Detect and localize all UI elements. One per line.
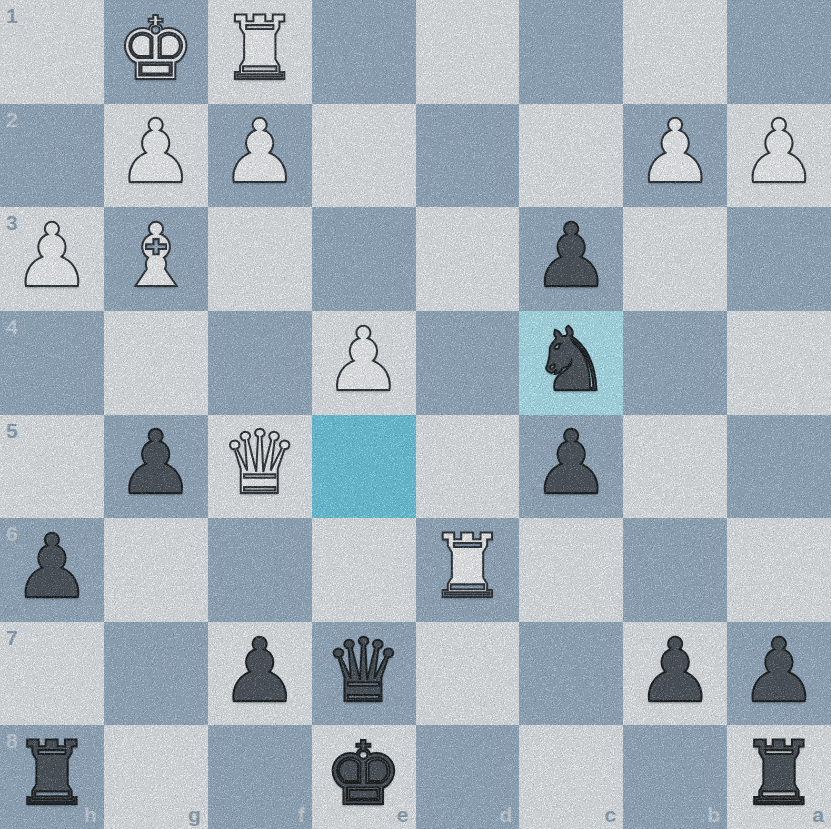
square-f7[interactable]: ♟ [208, 622, 312, 726]
square-d6[interactable]: ♜ [416, 518, 520, 622]
piece-black-pawn[interactable]: ♟ [532, 212, 611, 300]
square-d3[interactable] [416, 207, 520, 311]
piece-black-pawn[interactable]: ♟ [636, 627, 715, 715]
piece-white-rook[interactable]: ♜ [220, 5, 299, 93]
square-c3[interactable]: ♟ [519, 207, 623, 311]
square-e2[interactable] [312, 104, 416, 208]
square-c2[interactable] [519, 104, 623, 208]
square-f3[interactable] [208, 207, 312, 311]
square-h2[interactable]: 2 [0, 104, 104, 208]
square-g7[interactable] [104, 622, 208, 726]
piece-white-pawn[interactable]: ♟ [740, 108, 819, 196]
piece-white-bishop[interactable]: ♝ [116, 212, 195, 300]
rank-label-5: 5 [6, 419, 18, 443]
square-b8[interactable]: b [623, 725, 727, 829]
square-a3[interactable] [727, 207, 831, 311]
square-h3[interactable]: 3♟ [0, 207, 104, 311]
square-a2[interactable]: ♟ [727, 104, 831, 208]
piece-black-king[interactable]: ♚ [324, 730, 403, 818]
piece-black-queen[interactable]: ♛ [324, 627, 403, 715]
piece-black-rook[interactable]: ♜ [740, 730, 819, 818]
piece-white-pawn[interactable]: ♟ [116, 108, 195, 196]
piece-white-pawn[interactable]: ♟ [220, 108, 299, 196]
piece-black-pawn[interactable]: ♟ [12, 523, 91, 611]
square-g6[interactable] [104, 518, 208, 622]
square-c1[interactable] [519, 0, 623, 104]
square-h7[interactable]: 7 [0, 622, 104, 726]
square-e7[interactable]: ♛ [312, 622, 416, 726]
square-e4[interactable]: ♟ [312, 311, 416, 415]
file-label-d: d [500, 803, 513, 827]
piece-black-pawn[interactable]: ♟ [220, 627, 299, 715]
square-h8[interactable]: 8h♜ [0, 725, 104, 829]
square-e1[interactable] [312, 0, 416, 104]
square-e3[interactable] [312, 207, 416, 311]
square-g1[interactable]: ♚ [104, 0, 208, 104]
square-f1[interactable]: ♜ [208, 0, 312, 104]
square-a5[interactable] [727, 415, 831, 519]
square-d1[interactable] [416, 0, 520, 104]
square-b4[interactable] [623, 311, 727, 415]
square-f4[interactable] [208, 311, 312, 415]
rank-label-7: 7 [6, 626, 18, 650]
square-b7[interactable]: ♟ [623, 622, 727, 726]
screenshot-root: 1♚♜2♟♟♟♟3♟♝♟4♟♞5♟♛♟6♟♜7♟♛♟♟8h♜gfe♚dcba♜ [0, 0, 831, 829]
square-h4[interactable]: 4 [0, 311, 104, 415]
square-f6[interactable] [208, 518, 312, 622]
square-c7[interactable] [519, 622, 623, 726]
square-c4[interactable]: ♞ [519, 311, 623, 415]
square-a4[interactable] [727, 311, 831, 415]
piece-white-pawn[interactable]: ♟ [324, 316, 403, 404]
square-h5[interactable]: 5 [0, 415, 104, 519]
square-b1[interactable] [623, 0, 727, 104]
piece-black-pawn[interactable]: ♟ [740, 627, 819, 715]
square-a6[interactable] [727, 518, 831, 622]
square-b3[interactable] [623, 207, 727, 311]
square-d5[interactable] [416, 415, 520, 519]
square-e5[interactable] [312, 415, 416, 519]
square-g2[interactable]: ♟ [104, 104, 208, 208]
square-d2[interactable] [416, 104, 520, 208]
square-c8[interactable]: c [519, 725, 623, 829]
chess-board: 1♚♜2♟♟♟♟3♟♝♟4♟♞5♟♛♟6♟♜7♟♛♟♟8h♜gfe♚dcba♜ [0, 0, 831, 829]
square-b2[interactable]: ♟ [623, 104, 727, 208]
square-d4[interactable] [416, 311, 520, 415]
rank-label-1: 1 [6, 4, 18, 28]
square-c5[interactable]: ♟ [519, 415, 623, 519]
square-f2[interactable]: ♟ [208, 104, 312, 208]
square-b6[interactable] [623, 518, 727, 622]
square-d7[interactable] [416, 622, 520, 726]
square-c6[interactable] [519, 518, 623, 622]
piece-white-pawn[interactable]: ♟ [636, 108, 715, 196]
square-h1[interactable]: 1 [0, 0, 104, 104]
file-label-b: b [707, 803, 720, 827]
square-a8[interactable]: a♜ [727, 725, 831, 829]
square-e8[interactable]: e♚ [312, 725, 416, 829]
file-label-f: f [298, 803, 305, 827]
square-h6[interactable]: 6♟ [0, 518, 104, 622]
file-label-c: c [605, 803, 617, 827]
square-b5[interactable] [623, 415, 727, 519]
piece-white-queen[interactable]: ♛ [220, 419, 299, 507]
square-g4[interactable] [104, 311, 208, 415]
square-e6[interactable] [312, 518, 416, 622]
square-a7[interactable]: ♟ [727, 622, 831, 726]
piece-black-pawn[interactable]: ♟ [532, 419, 611, 507]
piece-black-knight[interactable]: ♞ [532, 316, 611, 404]
piece-white-king[interactable]: ♚ [116, 5, 195, 93]
square-d8[interactable]: d [416, 725, 520, 829]
piece-black-rook[interactable]: ♜ [12, 730, 91, 818]
file-label-g: g [188, 803, 201, 827]
piece-white-pawn[interactable]: ♟ [12, 212, 91, 300]
square-g8[interactable]: g [104, 725, 208, 829]
rank-label-4: 4 [6, 315, 18, 339]
piece-white-rook[interactable]: ♜ [428, 523, 507, 611]
square-f8[interactable]: f [208, 725, 312, 829]
square-g5[interactable]: ♟ [104, 415, 208, 519]
piece-black-pawn[interactable]: ♟ [116, 419, 195, 507]
rank-label-2: 2 [6, 108, 18, 132]
square-f5[interactable]: ♛ [208, 415, 312, 519]
square-a1[interactable] [727, 0, 831, 104]
square-g3[interactable]: ♝ [104, 207, 208, 311]
